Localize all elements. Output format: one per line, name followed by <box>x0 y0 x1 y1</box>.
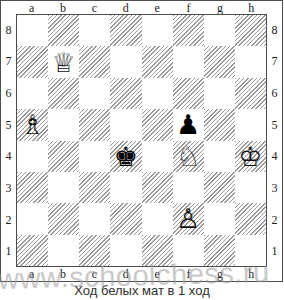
puzzle-caption: Ход белых мат в 1 ход <box>0 283 284 299</box>
rank-labels-left: 87654321 <box>1 14 16 267</box>
piece-white-queen: ♕ <box>52 49 76 76</box>
square-g3 <box>204 172 235 203</box>
file-label-h: h <box>236 1 267 14</box>
rank-label-8: 8 <box>267 14 282 46</box>
square-g2 <box>204 203 235 234</box>
square-b6 <box>48 78 79 109</box>
square-a6 <box>17 78 48 109</box>
file-labels-bottom: abcdefgh <box>16 267 267 281</box>
square-a8 <box>17 15 48 46</box>
square-c3 <box>79 172 110 203</box>
square-f3 <box>173 172 204 203</box>
square-b1 <box>48 235 79 266</box>
square-d4: ♚ <box>110 141 141 172</box>
square-h3 <box>235 172 266 203</box>
piece-black-king: ♚ <box>114 143 138 170</box>
square-f8 <box>173 15 204 46</box>
square-b4 <box>48 141 79 172</box>
file-label-h: h <box>236 267 267 281</box>
rank-label-1: 1 <box>267 235 282 267</box>
rank-label-1: 1 <box>1 235 16 267</box>
rank-label-6: 6 <box>267 77 282 109</box>
square-g8 <box>204 15 235 46</box>
square-g1 <box>204 235 235 266</box>
rank-label-5: 5 <box>1 109 16 141</box>
square-h8 <box>235 15 266 46</box>
rank-labels-right: 87654321 <box>267 14 282 267</box>
square-c1 <box>79 235 110 266</box>
file-label-b: b <box>47 267 78 281</box>
rank-label-3: 3 <box>1 172 16 204</box>
square-e2 <box>142 203 173 234</box>
square-e3 <box>142 172 173 203</box>
square-d1 <box>110 235 141 266</box>
piece-black-pawn: ♟ <box>176 111 200 138</box>
square-c6 <box>79 78 110 109</box>
file-label-d: d <box>110 267 141 281</box>
square-c4 <box>79 141 110 172</box>
rank-label-7: 7 <box>267 46 282 78</box>
square-c7 <box>79 46 110 77</box>
square-e8 <box>142 15 173 46</box>
square-f2: ♙ <box>173 203 204 234</box>
file-label-e: e <box>142 1 173 14</box>
square-f6 <box>173 78 204 109</box>
square-h6 <box>235 78 266 109</box>
piece-white-pawn: ♙ <box>176 205 200 232</box>
square-a2 <box>17 203 48 234</box>
file-label-f: f <box>173 267 204 281</box>
square-e7 <box>142 46 173 77</box>
square-g4 <box>204 141 235 172</box>
square-c8 <box>79 15 110 46</box>
square-f4: ♘ <box>173 141 204 172</box>
file-label-a: a <box>16 267 47 281</box>
square-f5: ♟ <box>173 109 204 140</box>
square-b7: ♕ <box>48 46 79 77</box>
square-c2 <box>79 203 110 234</box>
square-a4 <box>17 141 48 172</box>
piece-white-knight: ♘ <box>176 143 200 170</box>
file-label-a: a <box>16 1 47 14</box>
piece-white-king: ♔ <box>238 143 262 170</box>
file-label-e: e <box>142 267 173 281</box>
square-g6 <box>204 78 235 109</box>
square-b2 <box>48 203 79 234</box>
square-b3 <box>48 172 79 203</box>
square-d6 <box>110 78 141 109</box>
board-frame: abcdefgh 87654321 ♕♗♟♚♘♔♙ 87654321 abcde… <box>0 0 283 282</box>
square-g7 <box>204 46 235 77</box>
square-e4 <box>142 141 173 172</box>
square-h7 <box>235 46 266 77</box>
file-label-c: c <box>79 267 110 281</box>
file-labels-top: abcdefgh <box>16 1 267 14</box>
square-f7 <box>173 46 204 77</box>
file-label-d: d <box>110 1 141 14</box>
rank-label-6: 6 <box>1 77 16 109</box>
rank-label-4: 4 <box>267 141 282 173</box>
chess-diagram: abcdefgh 87654321 ♕♗♟♚♘♔♙ 87654321 abcde… <box>0 0 284 300</box>
square-a5: ♗ <box>17 109 48 140</box>
rank-label-5: 5 <box>267 109 282 141</box>
square-h2 <box>235 203 266 234</box>
file-label-g: g <box>204 1 235 14</box>
square-h1 <box>235 235 266 266</box>
square-e6 <box>142 78 173 109</box>
square-h5 <box>235 109 266 140</box>
rank-label-3: 3 <box>267 172 282 204</box>
rank-label-4: 4 <box>1 141 16 173</box>
chess-board: ♕♗♟♚♘♔♙ <box>16 14 267 267</box>
square-d5 <box>110 109 141 140</box>
square-c5 <box>79 109 110 140</box>
file-label-b: b <box>47 1 78 14</box>
square-b8 <box>48 15 79 46</box>
square-a7 <box>17 46 48 77</box>
rank-label-7: 7 <box>1 46 16 78</box>
square-h4: ♔ <box>235 141 266 172</box>
square-d2 <box>110 203 141 234</box>
square-a3 <box>17 172 48 203</box>
square-e1 <box>142 235 173 266</box>
square-f1 <box>173 235 204 266</box>
piece-white-bishop: ♗ <box>20 111 44 138</box>
rank-label-2: 2 <box>267 204 282 236</box>
square-d7 <box>110 46 141 77</box>
square-b5 <box>48 109 79 140</box>
square-a1 <box>17 235 48 266</box>
file-label-f: f <box>173 1 204 14</box>
square-d8 <box>110 15 141 46</box>
square-d3 <box>110 172 141 203</box>
square-e5 <box>142 109 173 140</box>
rank-label-2: 2 <box>1 204 16 236</box>
file-label-c: c <box>79 1 110 14</box>
rank-label-8: 8 <box>1 14 16 46</box>
square-g5 <box>204 109 235 140</box>
file-label-g: g <box>204 267 235 281</box>
